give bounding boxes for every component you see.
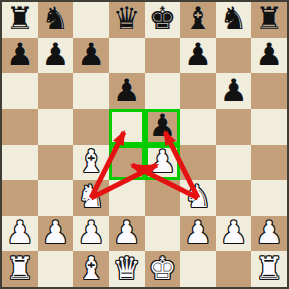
square-d4[interactable] <box>109 145 145 181</box>
white-rook[interactable]: ♜ <box>6 253 34 284</box>
square-f4[interactable] <box>180 145 216 181</box>
square-f7[interactable]: ♟ <box>180 38 216 74</box>
black-pawn[interactable]: ♟ <box>42 39 70 70</box>
square-a2[interactable]: ♟ <box>2 216 38 252</box>
square-e4[interactable]: ♟ <box>145 145 181 181</box>
square-e7[interactable] <box>145 38 181 74</box>
black-pawn[interactable]: ♟ <box>113 75 141 106</box>
square-d6[interactable]: ♟ <box>109 73 145 109</box>
black-pawn[interactable]: ♟ <box>77 39 105 70</box>
square-a8[interactable]: ♜ <box>2 2 38 38</box>
black-knight[interactable]: ♞ <box>220 3 248 34</box>
white-pawn[interactable]: ♟ <box>184 217 212 248</box>
square-b5[interactable] <box>38 109 74 145</box>
square-e3[interactable] <box>145 180 181 216</box>
chess-board: ♜♞♛♚♝♞♜♟♟♟♟♟♟♟♟♝♟♞♞♟♟♟♟♟♟♟♜♝♛♚♜ <box>0 0 289 289</box>
square-g6[interactable]: ♟ <box>216 73 252 109</box>
square-h1[interactable]: ♜ <box>251 251 287 287</box>
square-e8[interactable]: ♚ <box>145 2 181 38</box>
white-knight[interactable]: ♞ <box>77 181 105 212</box>
square-c5[interactable] <box>73 109 109 145</box>
square-c4[interactable]: ♝ <box>73 145 109 181</box>
square-d3[interactable] <box>109 180 145 216</box>
square-g2[interactable]: ♟ <box>216 216 252 252</box>
square-e1[interactable]: ♚ <box>145 251 181 287</box>
square-c7[interactable]: ♟ <box>73 38 109 74</box>
square-c6[interactable] <box>73 73 109 109</box>
square-b8[interactable]: ♞ <box>38 2 74 38</box>
square-c3[interactable]: ♞ <box>73 180 109 216</box>
white-bishop[interactable]: ♝ <box>77 253 105 284</box>
square-g8[interactable]: ♞ <box>216 2 252 38</box>
white-pawn[interactable]: ♟ <box>6 217 34 248</box>
square-f6[interactable] <box>180 73 216 109</box>
square-f3[interactable]: ♞ <box>180 180 216 216</box>
black-queen[interactable]: ♛ <box>113 3 141 34</box>
square-f5[interactable] <box>180 109 216 145</box>
black-king[interactable]: ♚ <box>148 3 176 34</box>
square-f1[interactable] <box>180 251 216 287</box>
square-h4[interactable] <box>251 145 287 181</box>
square-b6[interactable] <box>38 73 74 109</box>
square-f8[interactable]: ♝ <box>180 2 216 38</box>
black-pawn[interactable]: ♟ <box>184 39 212 70</box>
square-a5[interactable] <box>2 109 38 145</box>
square-g5[interactable] <box>216 109 252 145</box>
square-h8[interactable]: ♜ <box>251 2 287 38</box>
black-pawn[interactable]: ♟ <box>255 39 283 70</box>
square-h5[interactable] <box>251 109 287 145</box>
square-c8[interactable] <box>73 2 109 38</box>
white-king[interactable]: ♚ <box>148 253 176 284</box>
square-e2[interactable] <box>145 216 181 252</box>
square-b4[interactable] <box>38 145 74 181</box>
white-rook[interactable]: ♜ <box>255 253 283 284</box>
white-queen[interactable]: ♛ <box>113 253 141 284</box>
white-knight[interactable]: ♞ <box>184 181 212 212</box>
square-d8[interactable]: ♛ <box>109 2 145 38</box>
black-pawn[interactable]: ♟ <box>220 75 248 106</box>
black-pawn[interactable]: ♟ <box>6 39 34 70</box>
square-b2[interactable]: ♟ <box>38 216 74 252</box>
white-pawn[interactable]: ♟ <box>42 217 70 248</box>
white-pawn[interactable]: ♟ <box>220 217 248 248</box>
white-pawn[interactable]: ♟ <box>77 217 105 248</box>
square-e5[interactable]: ♟ <box>145 109 181 145</box>
square-d2[interactable]: ♟ <box>109 216 145 252</box>
square-g7[interactable] <box>216 38 252 74</box>
square-h6[interactable] <box>251 73 287 109</box>
square-a4[interactable] <box>2 145 38 181</box>
square-a3[interactable] <box>2 180 38 216</box>
square-c2[interactable]: ♟ <box>73 216 109 252</box>
square-g1[interactable] <box>216 251 252 287</box>
square-h7[interactable]: ♟ <box>251 38 287 74</box>
black-rook[interactable]: ♜ <box>6 3 34 34</box>
square-f2[interactable]: ♟ <box>180 216 216 252</box>
square-g4[interactable] <box>216 145 252 181</box>
white-pawn[interactable]: ♟ <box>255 217 283 248</box>
square-h3[interactable] <box>251 180 287 216</box>
chess-diagram: ♜♞♛♚♝♞♜♟♟♟♟♟♟♟♟♝♟♞♞♟♟♟♟♟♟♟♜♝♛♚♜ <box>0 0 289 289</box>
white-pawn[interactable]: ♟ <box>113 217 141 248</box>
square-e6[interactable] <box>145 73 181 109</box>
square-a7[interactable]: ♟ <box>2 38 38 74</box>
black-pawn[interactable]: ♟ <box>148 110 176 141</box>
square-b3[interactable] <box>38 180 74 216</box>
white-pawn[interactable]: ♟ <box>148 146 176 177</box>
square-d5[interactable] <box>109 109 145 145</box>
square-g3[interactable] <box>216 180 252 216</box>
black-bishop[interactable]: ♝ <box>184 3 212 34</box>
square-d7[interactable] <box>109 38 145 74</box>
square-d1[interactable]: ♛ <box>109 251 145 287</box>
square-h2[interactable]: ♟ <box>251 216 287 252</box>
square-a6[interactable] <box>2 73 38 109</box>
white-bishop[interactable]: ♝ <box>77 146 105 177</box>
square-c1[interactable]: ♝ <box>73 251 109 287</box>
black-knight[interactable]: ♞ <box>42 3 70 34</box>
square-b1[interactable] <box>38 251 74 287</box>
black-rook[interactable]: ♜ <box>255 3 283 34</box>
square-b7[interactable]: ♟ <box>38 38 74 74</box>
square-a1[interactable]: ♜ <box>2 251 38 287</box>
